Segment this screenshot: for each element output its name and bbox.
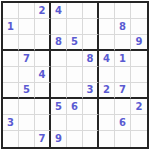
cell-r9c2-empty[interactable]: [19, 131, 35, 147]
cell-r6c3-empty[interactable]: [35, 83, 51, 99]
cell-r6c1-empty[interactable]: [3, 83, 19, 99]
cell-r7c9-given[interactable]: 2: [131, 99, 147, 115]
cell-r4c7-given[interactable]: 4: [99, 51, 115, 67]
cell-r4c3-empty[interactable]: [35, 51, 51, 67]
cell-r7c2-empty[interactable]: [19, 99, 35, 115]
cell-r2c2-empty[interactable]: [19, 19, 35, 35]
cell-r3c6-empty[interactable]: [83, 35, 99, 51]
cell-r2c5-empty[interactable]: [67, 19, 83, 35]
cell-r4c9-empty[interactable]: [131, 51, 147, 67]
cell-r8c1-given[interactable]: 3: [3, 115, 19, 131]
cell-r5c9-empty[interactable]: [131, 67, 147, 83]
cell-r8c9-empty[interactable]: [131, 115, 147, 131]
cell-r1c2-empty[interactable]: [19, 3, 35, 19]
cell-r8c4-empty[interactable]: [51, 115, 67, 131]
cell-r6c8-given[interactable]: 7: [115, 83, 131, 99]
cell-r8c2-empty[interactable]: [19, 115, 35, 131]
cell-r5c1-empty[interactable]: [3, 67, 19, 83]
cell-r4c1-empty[interactable]: [3, 51, 19, 67]
cell-r6c5-empty[interactable]: [67, 83, 83, 99]
cell-r2c7-empty[interactable]: [99, 19, 115, 35]
cell-r1c1-empty[interactable]: [3, 3, 19, 19]
cell-r5c8-empty[interactable]: [115, 67, 131, 83]
cell-r8c6-empty[interactable]: [83, 115, 99, 131]
cell-r8c7-empty[interactable]: [99, 115, 115, 131]
cell-r1c6-empty[interactable]: [83, 3, 99, 19]
cell-r3c7-empty[interactable]: [99, 35, 115, 51]
cell-r2c3-empty[interactable]: [35, 19, 51, 35]
cell-r1c7-empty[interactable]: [99, 3, 115, 19]
cell-r8c3-empty[interactable]: [35, 115, 51, 131]
cell-r7c6-empty[interactable]: [83, 99, 99, 115]
cell-r8c8-given[interactable]: 6: [115, 115, 131, 131]
cell-r2c8-given[interactable]: 8: [115, 19, 131, 35]
cell-r9c6-empty[interactable]: [83, 131, 99, 147]
cell-r5c7-empty[interactable]: [99, 67, 115, 83]
cell-r6c9-empty[interactable]: [131, 83, 147, 99]
cell-r5c6-empty[interactable]: [83, 67, 99, 83]
cell-r7c4-given[interactable]: 5: [51, 99, 67, 115]
cell-r5c4-empty[interactable]: [51, 67, 67, 83]
cell-r7c8-empty[interactable]: [115, 99, 131, 115]
cell-r3c8-empty[interactable]: [115, 35, 131, 51]
cell-r4c5-empty[interactable]: [67, 51, 83, 67]
cell-r3c1-empty[interactable]: [3, 35, 19, 51]
cell-r1c3-given[interactable]: 2: [35, 3, 51, 19]
cell-r9c3-given[interactable]: 7: [35, 131, 51, 147]
cell-r2c6-empty[interactable]: [83, 19, 99, 35]
cell-r1c8-empty[interactable]: [115, 3, 131, 19]
cell-r5c2-empty[interactable]: [19, 67, 35, 83]
cell-r4c2-given[interactable]: 7: [19, 51, 35, 67]
cell-r1c5-empty[interactable]: [67, 3, 83, 19]
cell-r3c4-given[interactable]: 8: [51, 35, 67, 51]
cell-r6c4-empty[interactable]: [51, 83, 67, 99]
cell-r4c8-given[interactable]: 1: [115, 51, 131, 67]
sudoku-board: 24188597841453275623679: [1, 1, 149, 149]
cell-r3c2-empty[interactable]: [19, 35, 35, 51]
cell-r7c1-empty[interactable]: [3, 99, 19, 115]
cell-r6c6-given[interactable]: 3: [83, 83, 99, 99]
cell-r4c4-empty[interactable]: [51, 51, 67, 67]
cell-r3c9-given[interactable]: 9: [131, 35, 147, 51]
cell-r9c9-empty[interactable]: [131, 131, 147, 147]
cell-r5c3-given[interactable]: 4: [35, 67, 51, 83]
cell-r5c5-empty[interactable]: [67, 67, 83, 83]
cell-r7c7-empty[interactable]: [99, 99, 115, 115]
cell-r2c9-empty[interactable]: [131, 19, 147, 35]
cell-r9c8-empty[interactable]: [115, 131, 131, 147]
cell-r4c6-given[interactable]: 8: [83, 51, 99, 67]
cell-r1c9-empty[interactable]: [131, 3, 147, 19]
cell-r7c5-given[interactable]: 6: [67, 99, 83, 115]
cell-r9c5-empty[interactable]: [67, 131, 83, 147]
cell-r6c7-given[interactable]: 2: [99, 83, 115, 99]
cell-r7c3-empty[interactable]: [35, 99, 51, 115]
cell-r9c4-given[interactable]: 9: [51, 131, 67, 147]
cell-r9c7-empty[interactable]: [99, 131, 115, 147]
cell-r2c1-given[interactable]: 1: [3, 19, 19, 35]
cell-r3c5-given[interactable]: 5: [67, 35, 83, 51]
cell-r8c5-empty[interactable]: [67, 115, 83, 131]
cell-r1c4-given[interactable]: 4: [51, 3, 67, 19]
cell-r2c4-empty[interactable]: [51, 19, 67, 35]
cell-r9c1-empty[interactable]: [3, 131, 19, 147]
cell-r6c2-given[interactable]: 5: [19, 83, 35, 99]
sudoku-page: 24188597841453275623679: [0, 0, 150, 150]
cell-r3c3-empty[interactable]: [35, 35, 51, 51]
